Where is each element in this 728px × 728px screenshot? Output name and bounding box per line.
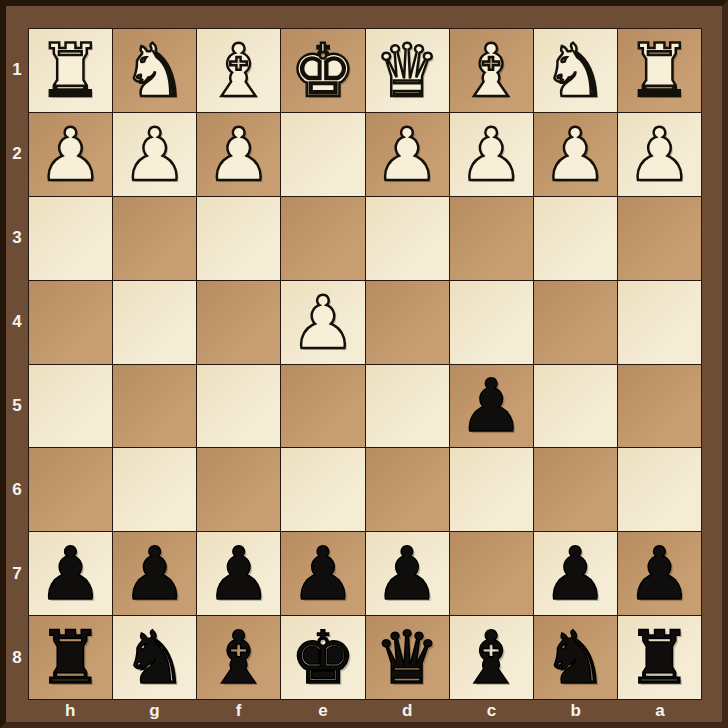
- square-e8[interactable]: ♚︎: [281, 616, 364, 699]
- square-c5[interactable]: ♟︎: [450, 365, 533, 448]
- square-f6[interactable]: [197, 448, 280, 531]
- square-d1[interactable]: ♛︎: [366, 29, 449, 112]
- square-c4[interactable]: [450, 281, 533, 364]
- square-g6[interactable]: [113, 448, 196, 531]
- rank-label-2: 2: [6, 112, 28, 196]
- square-a4[interactable]: [618, 281, 701, 364]
- piece-white-pawn[interactable]: ♟︎: [122, 118, 187, 191]
- square-h7[interactable]: ♟︎: [29, 532, 112, 615]
- piece-black-pawn[interactable]: ♟︎: [38, 537, 103, 610]
- square-d5[interactable]: [366, 365, 449, 448]
- square-e2[interactable]: [281, 113, 364, 196]
- square-f5[interactable]: [197, 365, 280, 448]
- square-f8[interactable]: ♝︎: [197, 616, 280, 699]
- square-g8[interactable]: ♞︎: [113, 616, 196, 699]
- square-h8[interactable]: ♜︎: [29, 616, 112, 699]
- piece-white-knight[interactable]: ♞︎: [543, 34, 608, 107]
- square-e5[interactable]: [281, 365, 364, 448]
- square-d2[interactable]: ♟︎: [366, 113, 449, 196]
- file-label-h: h: [28, 700, 112, 722]
- piece-white-pawn[interactable]: ♟︎: [458, 118, 523, 191]
- square-b2[interactable]: ♟︎: [534, 113, 617, 196]
- chess-board: ♜︎♞︎♝︎♚︎♛︎♝︎♞︎♜︎♟︎♟︎♟︎♟︎♟︎♟︎♟︎♟︎♟︎♟︎♟︎♟︎…: [28, 28, 702, 700]
- rank-label-8: 8: [6, 616, 28, 700]
- square-e4[interactable]: ♟︎: [281, 281, 364, 364]
- piece-black-king[interactable]: ♚︎: [290, 621, 355, 694]
- square-h4[interactable]: [29, 281, 112, 364]
- file-label-g: g: [112, 700, 196, 722]
- file-label-b: b: [534, 700, 618, 722]
- piece-black-pawn[interactable]: ♟︎: [374, 537, 439, 610]
- square-a7[interactable]: ♟︎: [618, 532, 701, 615]
- square-g1[interactable]: ♞︎: [113, 29, 196, 112]
- piece-black-pawn[interactable]: ♟︎: [627, 537, 692, 610]
- square-d3[interactable]: [366, 197, 449, 280]
- square-b4[interactable]: [534, 281, 617, 364]
- piece-black-pawn[interactable]: ♟︎: [122, 537, 187, 610]
- square-c2[interactable]: ♟︎: [450, 113, 533, 196]
- square-c6[interactable]: [450, 448, 533, 531]
- square-a8[interactable]: ♜︎: [618, 616, 701, 699]
- piece-black-knight[interactable]: ♞︎: [122, 621, 187, 694]
- rank-label-7: 7: [6, 532, 28, 616]
- square-h2[interactable]: ♟︎: [29, 113, 112, 196]
- piece-white-pawn[interactable]: ♟︎: [38, 118, 103, 191]
- square-d8[interactable]: ♛︎: [366, 616, 449, 699]
- piece-black-knight[interactable]: ♞︎: [543, 621, 608, 694]
- square-g3[interactable]: [113, 197, 196, 280]
- square-h6[interactable]: [29, 448, 112, 531]
- square-b5[interactable]: [534, 365, 617, 448]
- square-f3[interactable]: [197, 197, 280, 280]
- piece-white-king[interactable]: ♚︎: [290, 34, 355, 107]
- square-g4[interactable]: [113, 281, 196, 364]
- square-a2[interactable]: ♟︎: [618, 113, 701, 196]
- square-g5[interactable]: [113, 365, 196, 448]
- piece-black-pawn[interactable]: ♟︎: [290, 537, 355, 610]
- file-label-e: e: [281, 700, 365, 722]
- piece-white-bishop[interactable]: ♝︎: [458, 34, 523, 107]
- rank-label-4: 4: [6, 280, 28, 364]
- piece-white-rook[interactable]: ♜︎: [38, 34, 103, 107]
- square-b6[interactable]: [534, 448, 617, 531]
- piece-white-pawn[interactable]: ♟︎: [374, 118, 439, 191]
- square-b1[interactable]: ♞︎: [534, 29, 617, 112]
- square-d6[interactable]: [366, 448, 449, 531]
- square-c3[interactable]: [450, 197, 533, 280]
- square-e3[interactable]: [281, 197, 364, 280]
- square-d4[interactable]: [366, 281, 449, 364]
- square-h3[interactable]: [29, 197, 112, 280]
- piece-white-rook[interactable]: ♜︎: [627, 34, 692, 107]
- square-f7[interactable]: ♟︎: [197, 532, 280, 615]
- file-label-f: f: [197, 700, 281, 722]
- square-d7[interactable]: ♟︎: [366, 532, 449, 615]
- piece-black-pawn[interactable]: ♟︎: [543, 537, 608, 610]
- square-a5[interactable]: [618, 365, 701, 448]
- square-f2[interactable]: ♟︎: [197, 113, 280, 196]
- file-label-d: d: [365, 700, 449, 722]
- square-c1[interactable]: ♝︎: [450, 29, 533, 112]
- piece-white-pawn[interactable]: ♟︎: [543, 118, 608, 191]
- rank-label-3: 3: [6, 196, 28, 280]
- piece-white-queen[interactable]: ♛︎: [374, 34, 439, 107]
- square-b8[interactable]: ♞︎: [534, 616, 617, 699]
- piece-black-bishop[interactable]: ♝︎: [458, 621, 523, 694]
- square-e1[interactable]: ♚︎: [281, 29, 364, 112]
- square-f4[interactable]: [197, 281, 280, 364]
- square-b7[interactable]: ♟︎: [534, 532, 617, 615]
- square-e6[interactable]: [281, 448, 364, 531]
- square-g7[interactable]: ♟︎: [113, 532, 196, 615]
- file-label-a: a: [618, 700, 702, 722]
- piece-black-rook[interactable]: ♜︎: [38, 621, 103, 694]
- square-c7[interactable]: [450, 532, 533, 615]
- rank-label-6: 6: [6, 448, 28, 532]
- piece-black-pawn[interactable]: ♟︎: [206, 537, 271, 610]
- square-g2[interactable]: ♟︎: [113, 113, 196, 196]
- piece-black-queen[interactable]: ♛︎: [374, 621, 439, 694]
- square-a6[interactable]: [618, 448, 701, 531]
- rank-labels: 12345678: [6, 28, 28, 700]
- square-h1[interactable]: ♜︎: [29, 29, 112, 112]
- square-a1[interactable]: ♜︎: [618, 29, 701, 112]
- square-a3[interactable]: [618, 197, 701, 280]
- rank-label-5: 5: [6, 364, 28, 448]
- file-labels: hgfedcba: [28, 700, 702, 722]
- piece-white-knight[interactable]: ♞︎: [122, 34, 187, 107]
- file-label-c: c: [449, 700, 533, 722]
- square-b3[interactable]: [534, 197, 617, 280]
- piece-white-pawn[interactable]: ♟︎: [627, 118, 692, 191]
- piece-white-pawn[interactable]: ♟︎: [206, 118, 271, 191]
- piece-white-bishop[interactable]: ♝︎: [206, 34, 271, 107]
- square-f1[interactable]: ♝︎: [197, 29, 280, 112]
- piece-black-bishop[interactable]: ♝︎: [206, 621, 271, 694]
- square-h5[interactable]: [29, 365, 112, 448]
- square-c8[interactable]: ♝︎: [450, 616, 533, 699]
- piece-black-pawn[interactable]: ♟︎: [458, 369, 523, 442]
- piece-black-rook[interactable]: ♜︎: [627, 621, 692, 694]
- piece-white-pawn[interactable]: ♟︎: [290, 286, 355, 359]
- square-e7[interactable]: ♟︎: [281, 532, 364, 615]
- rank-label-1: 1: [6, 28, 28, 112]
- board-frame: 12345678 ♜︎♞︎♝︎♚︎♛︎♝︎♞︎♜︎♟︎♟︎♟︎♟︎♟︎♟︎♟︎♟…: [0, 0, 728, 728]
